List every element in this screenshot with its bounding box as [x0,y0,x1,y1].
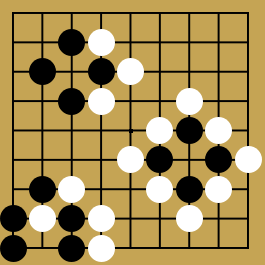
white-stone [176,205,203,232]
hoshi-point [129,129,133,133]
white-stone [146,176,173,203]
white-stone [205,176,232,203]
white-stone [29,205,56,232]
black-stone [88,58,115,85]
white-stone [205,117,232,144]
black-stone [29,58,56,85]
white-stone [58,176,85,203]
black-stone [176,176,203,203]
black-stone [58,88,85,115]
black-stone [58,29,85,56]
black-stone [0,205,27,232]
white-stone [146,117,173,144]
black-stone [58,205,85,232]
white-stone [117,58,144,85]
white-stone [88,205,115,232]
white-stone [176,88,203,115]
board-grid[interactable] [12,12,249,249]
white-stone [235,146,262,173]
black-stone [58,235,85,262]
white-stone [88,29,115,56]
white-stone [88,235,115,262]
black-stone [146,146,173,173]
black-stone [29,176,56,203]
white-stone [88,88,115,115]
white-stone [117,146,144,173]
go-board[interactable] [0,0,265,265]
black-stone [0,235,27,262]
black-stone [205,146,232,173]
black-stone [176,117,203,144]
